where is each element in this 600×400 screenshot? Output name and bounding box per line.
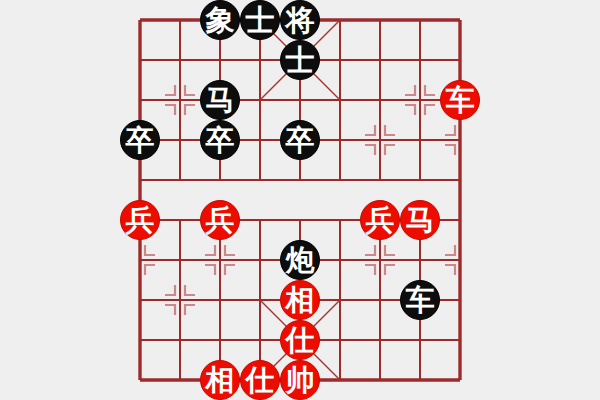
point-marker — [225, 265, 235, 275]
piece-black-general[interactable]: 将 — [280, 0, 320, 40]
point-marker — [365, 145, 375, 155]
point-marker — [385, 265, 395, 275]
point-marker — [185, 285, 195, 295]
point-marker — [165, 85, 175, 95]
piece-black-chariot[interactable]: 车 — [400, 280, 440, 320]
piece-black-elephant[interactable]: 象 — [200, 0, 240, 40]
point-marker — [165, 105, 175, 115]
point-marker — [425, 105, 435, 115]
piece-black-horse[interactable]: 马 — [200, 80, 240, 120]
point-marker — [185, 85, 195, 95]
point-marker — [365, 265, 375, 275]
point-marker — [445, 265, 455, 275]
point-marker — [165, 285, 175, 295]
piece-red-chariot[interactable]: 车 — [440, 80, 480, 120]
piece-black-advisor[interactable]: 士 — [240, 0, 280, 40]
point-marker — [385, 145, 395, 155]
point-marker — [145, 245, 155, 255]
piece-black-soldier[interactable]: 卒 — [120, 120, 160, 160]
point-marker — [205, 245, 215, 255]
point-marker — [385, 245, 395, 255]
piece-black-soldier[interactable]: 卒 — [280, 120, 320, 160]
piece-red-elephant[interactable]: 相 — [280, 280, 320, 320]
xiangqi-board-screen: 象士将士马卒卒卒炮车车兵兵兵马相仕相仕帅 — [0, 0, 600, 400]
piece-red-soldier[interactable]: 兵 — [360, 200, 400, 240]
piece-black-cannon[interactable]: 炮 — [280, 240, 320, 280]
piece-black-advisor[interactable]: 士 — [280, 40, 320, 80]
point-marker — [145, 265, 155, 275]
point-marker — [405, 105, 415, 115]
point-marker — [185, 105, 195, 115]
point-marker — [405, 85, 415, 95]
point-marker — [445, 145, 455, 155]
point-marker — [425, 85, 435, 95]
point-marker — [205, 265, 215, 275]
point-marker — [165, 305, 175, 315]
point-marker — [365, 125, 375, 135]
piece-red-advisor[interactable]: 仕 — [280, 320, 320, 360]
point-marker — [225, 245, 235, 255]
point-marker — [385, 125, 395, 135]
piece-red-advisor[interactable]: 仕 — [240, 360, 280, 400]
piece-red-general[interactable]: 帅 — [280, 360, 320, 400]
piece-red-elephant[interactable]: 相 — [200, 360, 240, 400]
piece-red-soldier[interactable]: 兵 — [120, 200, 160, 240]
piece-black-soldier[interactable]: 卒 — [200, 120, 240, 160]
point-marker — [445, 125, 455, 135]
point-marker — [185, 305, 195, 315]
point-marker — [365, 245, 375, 255]
piece-red-horse[interactable]: 马 — [400, 200, 440, 240]
point-marker — [445, 245, 455, 255]
piece-red-soldier[interactable]: 兵 — [200, 200, 240, 240]
